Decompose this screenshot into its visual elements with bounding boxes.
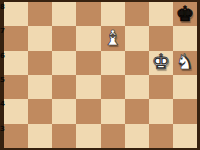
square-h8[interactable]: ♚ (173, 2, 197, 26)
square-a4[interactable] (4, 99, 28, 123)
square-g8[interactable] (149, 2, 173, 26)
square-c3[interactable] (52, 124, 76, 148)
black-king-piece[interactable]: ♚ (176, 4, 195, 25)
square-h7[interactable] (173, 26, 197, 50)
rank-label-4: 4 (0, 101, 5, 108)
square-f4[interactable] (125, 99, 149, 123)
square-f6[interactable] (125, 51, 149, 75)
square-g3[interactable] (149, 124, 173, 148)
white-knight-piece[interactable]: ♞ (176, 52, 195, 73)
square-g4[interactable] (149, 99, 173, 123)
square-b8[interactable] (28, 2, 52, 26)
square-d3[interactable] (76, 124, 100, 148)
square-g7[interactable] (149, 26, 173, 50)
square-e6[interactable] (101, 51, 125, 75)
square-h6[interactable]: ♞ (173, 51, 197, 75)
chess-board[interactable]: ♚♝♚♞ (4, 2, 197, 148)
square-e5[interactable] (101, 75, 125, 99)
white-bishop-piece[interactable]: ♝ (103, 28, 122, 49)
square-f8[interactable] (125, 2, 149, 26)
square-d8[interactable] (76, 2, 100, 26)
square-a6[interactable] (4, 51, 28, 75)
square-d7[interactable] (76, 26, 100, 50)
square-b3[interactable] (28, 124, 52, 148)
rank-label-3: 3 (0, 126, 5, 133)
square-f3[interactable] (125, 124, 149, 148)
square-d5[interactable] (76, 75, 100, 99)
square-c4[interactable] (52, 99, 76, 123)
square-d6[interactable] (76, 51, 100, 75)
square-a5[interactable] (4, 75, 28, 99)
square-h4[interactable] (173, 99, 197, 123)
square-g5[interactable] (149, 75, 173, 99)
square-f5[interactable] (125, 75, 149, 99)
square-f7[interactable] (125, 26, 149, 50)
square-a8[interactable] (4, 2, 28, 26)
square-h5[interactable] (173, 75, 197, 99)
white-king-piece[interactable]: ♚ (151, 52, 170, 73)
rank-label-7: 7 (0, 28, 5, 35)
rank-label-5: 5 (0, 77, 5, 84)
square-h3[interactable] (173, 124, 197, 148)
square-d4[interactable] (76, 99, 100, 123)
chess-board-screenshot: ♚♝♚♞ 876543 (0, 0, 200, 150)
square-e7[interactable]: ♝ (101, 26, 125, 50)
rank-label-8: 8 (0, 4, 5, 11)
square-a7[interactable] (4, 26, 28, 50)
square-b4[interactable] (28, 99, 52, 123)
square-e8[interactable] (101, 2, 125, 26)
square-c8[interactable] (52, 2, 76, 26)
square-b7[interactable] (28, 26, 52, 50)
square-c6[interactable] (52, 51, 76, 75)
rank-label-6: 6 (0, 53, 5, 60)
square-g6[interactable]: ♚ (149, 51, 173, 75)
square-b6[interactable] (28, 51, 52, 75)
square-a3[interactable] (4, 124, 28, 148)
square-c5[interactable] (52, 75, 76, 99)
square-e4[interactable] (101, 99, 125, 123)
square-c7[interactable] (52, 26, 76, 50)
square-e3[interactable] (101, 124, 125, 148)
square-b5[interactable] (28, 75, 52, 99)
